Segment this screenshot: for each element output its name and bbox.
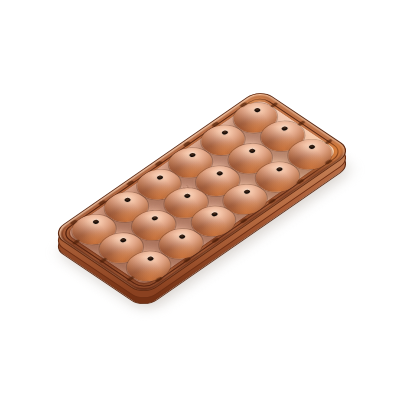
vent-hole xyxy=(280,126,288,132)
vent-hole xyxy=(253,107,261,113)
vent-hole xyxy=(91,219,99,225)
vent-hole xyxy=(188,152,196,158)
photo-caption: Copper-finish 18-cavity hemisphere choco… xyxy=(0,0,1,1)
vent-hole xyxy=(183,193,191,199)
vent-hole xyxy=(215,170,223,176)
vent-hole xyxy=(156,174,164,180)
vent-hole xyxy=(275,166,283,172)
vent-hole xyxy=(210,211,218,217)
vent-hole xyxy=(307,144,315,150)
vent-hole xyxy=(178,233,186,239)
vent-hole xyxy=(124,197,132,203)
vent-hole xyxy=(119,237,127,243)
vent-hole xyxy=(146,256,154,262)
vent-hole xyxy=(220,130,228,136)
vent-hole xyxy=(248,148,256,154)
product-photo: Copper-finish 18-cavity hemisphere choco… xyxy=(0,0,400,400)
vent-hole xyxy=(151,215,159,221)
vent-hole xyxy=(243,189,251,195)
